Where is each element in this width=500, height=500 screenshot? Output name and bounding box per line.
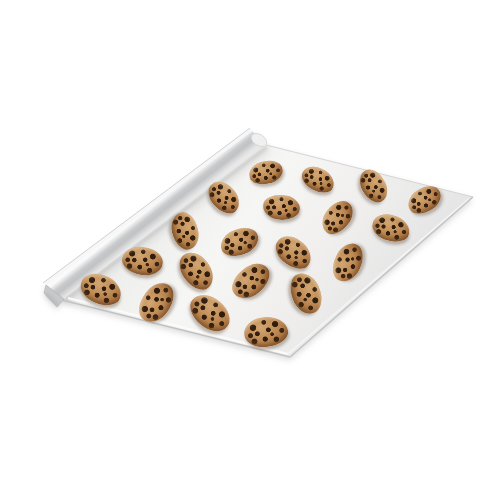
cookie bbox=[242, 314, 290, 350]
cookie bbox=[354, 165, 392, 207]
cookie bbox=[119, 244, 164, 279]
cookie-grid bbox=[0, 0, 500, 500]
cookie bbox=[216, 223, 262, 261]
cookie bbox=[132, 276, 180, 328]
cookie bbox=[316, 195, 359, 239]
cookie bbox=[76, 268, 125, 310]
cookie bbox=[327, 238, 368, 286]
cookie bbox=[298, 161, 339, 196]
cookie bbox=[403, 181, 445, 219]
cookie bbox=[261, 193, 300, 221]
cookie bbox=[285, 268, 327, 317]
cookie bbox=[247, 157, 285, 187]
cookie bbox=[369, 211, 412, 246]
product-photo bbox=[0, 0, 500, 500]
cookie bbox=[168, 209, 203, 252]
cookie bbox=[184, 287, 237, 338]
cookie bbox=[269, 230, 316, 274]
cookie bbox=[172, 246, 220, 295]
cookie bbox=[226, 257, 276, 305]
cookie bbox=[202, 175, 245, 218]
